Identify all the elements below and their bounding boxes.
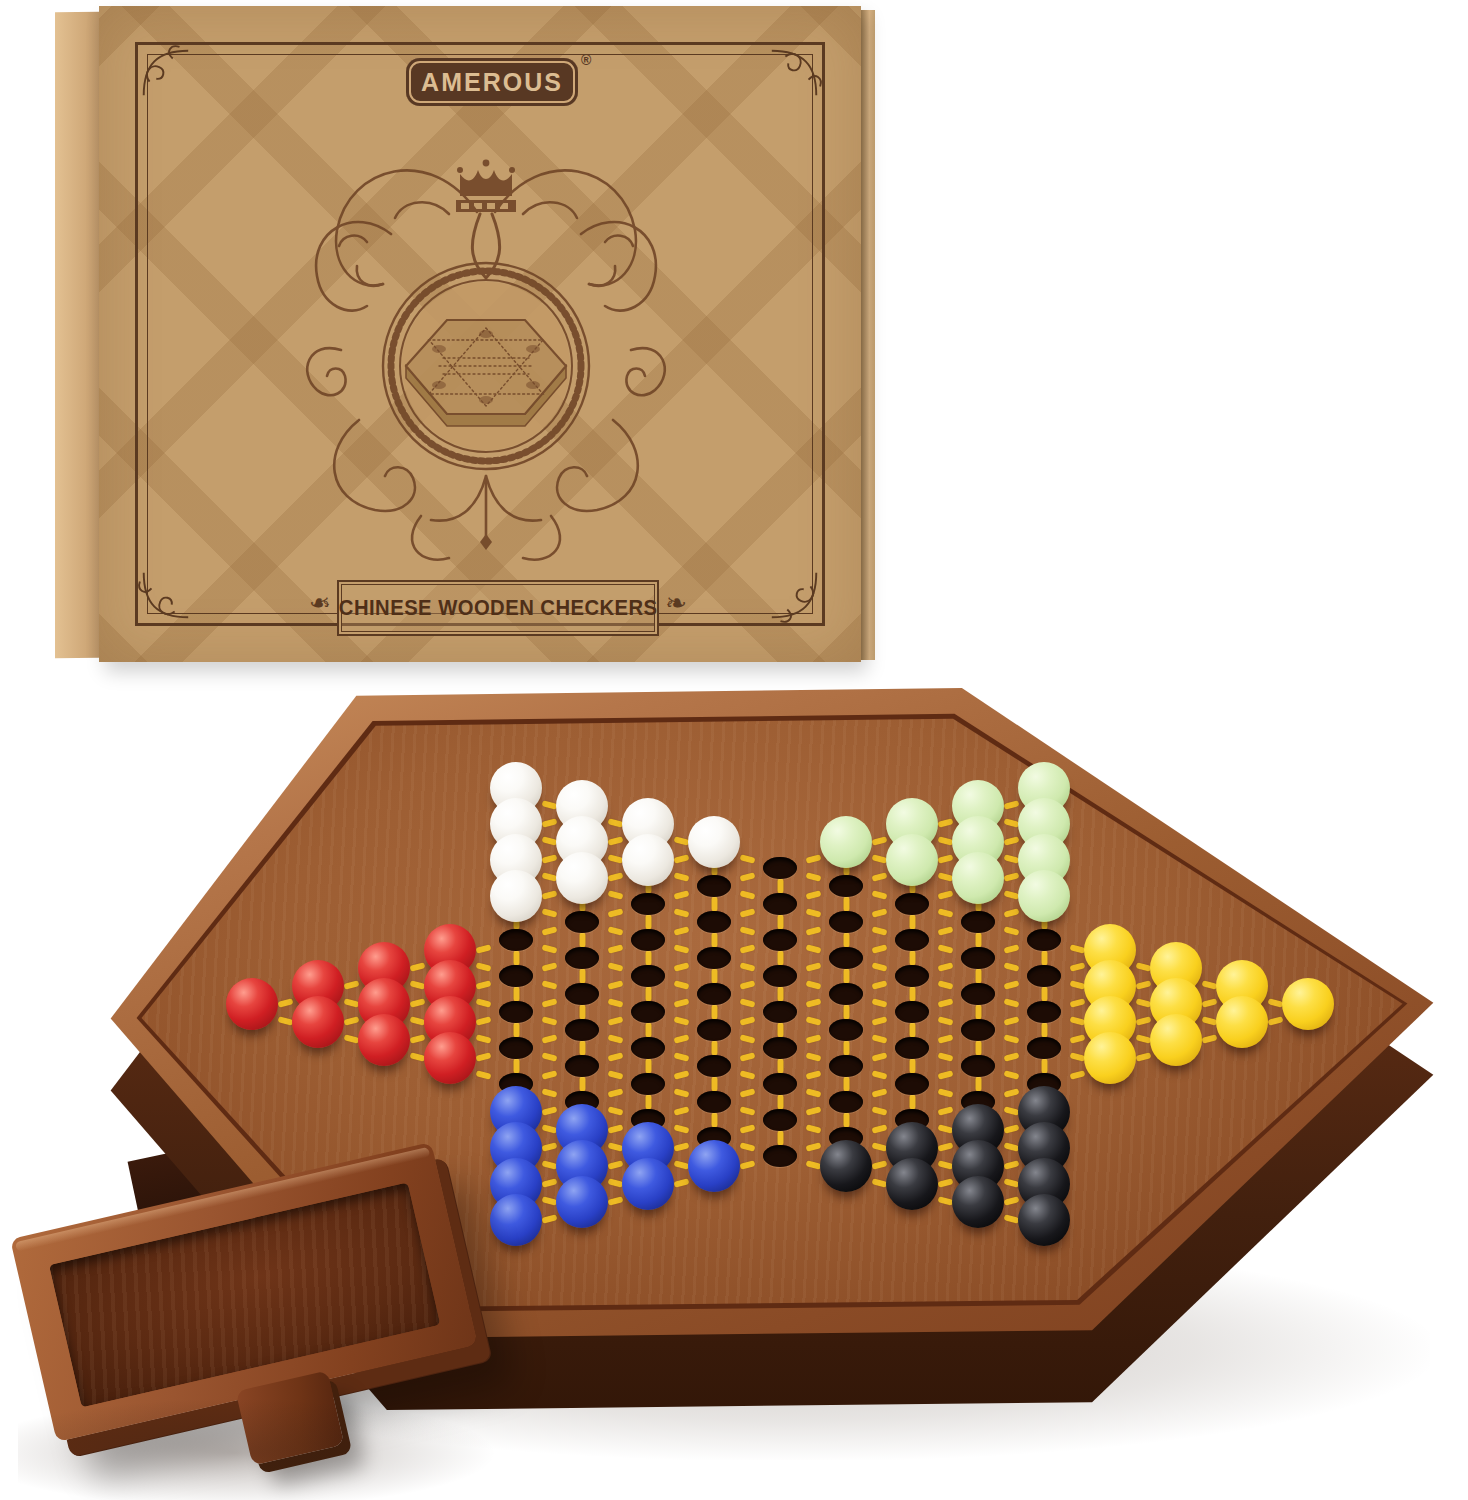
board-hole[interactable] xyxy=(829,1055,863,1077)
connector-dash xyxy=(673,1034,689,1044)
box-lid-edge xyxy=(861,10,875,660)
connector-dash xyxy=(541,980,557,990)
connector-dash xyxy=(541,908,557,918)
marble-black[interactable] xyxy=(886,1158,938,1210)
board-hole[interactable] xyxy=(1027,965,1061,987)
connector-dash xyxy=(1069,998,1085,1008)
marble-blue[interactable] xyxy=(556,1176,608,1228)
marble-green[interactable] xyxy=(1018,870,1070,922)
connector-dash xyxy=(607,836,623,846)
board-hole[interactable] xyxy=(895,1001,929,1023)
connector-dash xyxy=(909,915,915,930)
connector-dash xyxy=(777,879,783,894)
connector-dash xyxy=(1003,836,1019,846)
connector-dash xyxy=(739,908,755,918)
connector-dash xyxy=(843,969,849,984)
connector-dash xyxy=(805,962,821,972)
connector-dash xyxy=(475,962,491,972)
board-hole[interactable] xyxy=(697,1019,731,1041)
board-hole[interactable] xyxy=(961,1055,995,1077)
connector-dash xyxy=(579,933,585,948)
connector-dash xyxy=(937,890,953,900)
connector-dash xyxy=(607,1034,623,1044)
connector-dash xyxy=(1267,1016,1283,1026)
connector-dash xyxy=(1003,854,1019,864)
connector-dash xyxy=(541,818,557,828)
marble-black[interactable] xyxy=(1018,1194,1070,1246)
board-hole[interactable] xyxy=(895,929,929,951)
connector-dash xyxy=(805,1016,821,1026)
brand-name: AMEROUS xyxy=(421,67,563,97)
connector-dash xyxy=(1003,1088,1019,1098)
connector-dash xyxy=(739,854,755,864)
connector-dash xyxy=(673,944,689,954)
connector-dash xyxy=(1003,1142,1019,1152)
connector-dash xyxy=(607,980,623,990)
marble-white[interactable] xyxy=(688,816,740,868)
marble-blue[interactable] xyxy=(688,1140,740,1192)
connector-dash xyxy=(805,1160,821,1170)
connector-dash xyxy=(1003,980,1019,990)
connector-dash xyxy=(805,944,821,954)
connector-dash xyxy=(1003,1106,1019,1116)
board-hole[interactable] xyxy=(829,911,863,933)
connector-dash xyxy=(645,987,651,1002)
connector-dash xyxy=(909,1095,915,1110)
board-hole[interactable] xyxy=(829,1091,863,1113)
connector-dash xyxy=(871,1124,887,1134)
connector-dash xyxy=(805,1088,821,1098)
connector-dash xyxy=(871,980,887,990)
connector-dash xyxy=(871,998,887,1008)
connector-dash xyxy=(805,1124,821,1134)
connector-dash xyxy=(541,890,557,900)
connector-dash xyxy=(645,1023,651,1038)
corner-flourish-icon xyxy=(136,43,194,101)
connector-dash xyxy=(871,1088,887,1098)
board-hole[interactable] xyxy=(631,1001,665,1023)
board-hole[interactable] xyxy=(1027,1001,1061,1023)
board-hole[interactable] xyxy=(631,965,665,987)
connector-dash xyxy=(1201,998,1217,1008)
connector-dash xyxy=(739,1052,755,1062)
connector-dash xyxy=(607,1160,623,1170)
connector-dash xyxy=(937,1178,953,1188)
connector-dash xyxy=(607,962,623,972)
connector-dash xyxy=(711,1077,717,1092)
board-hole[interactable] xyxy=(631,893,665,915)
connector-dash xyxy=(409,980,425,990)
board-hole[interactable] xyxy=(895,965,929,987)
connector-dash xyxy=(871,944,887,954)
board-hole[interactable] xyxy=(565,1019,599,1041)
connector-dash xyxy=(805,1106,821,1116)
connector-dash xyxy=(1003,1070,1019,1080)
connector-dash xyxy=(673,1178,689,1188)
connector-dash xyxy=(343,1034,359,1044)
connector-dash xyxy=(1041,987,1047,1002)
connector-dash xyxy=(711,933,717,948)
connector-dash xyxy=(673,1016,689,1026)
corner-flourish-icon xyxy=(136,567,194,625)
hexagonal-board-emblem xyxy=(402,282,570,450)
board-hole[interactable] xyxy=(763,929,797,951)
connector-dash xyxy=(871,1142,887,1152)
connector-dash xyxy=(541,944,557,954)
board-hole[interactable] xyxy=(895,1073,929,1095)
connector-dash xyxy=(1135,1052,1151,1062)
storage-drawer[interactable] xyxy=(18,1168,518,1488)
leaf-flourish-icon: ❧ xyxy=(309,590,331,616)
connector-dash xyxy=(607,1016,623,1026)
connector-dash xyxy=(739,1160,755,1170)
board-hole[interactable] xyxy=(631,929,665,951)
connector-dash xyxy=(1041,1059,1047,1074)
board-hole[interactable] xyxy=(1027,929,1061,951)
board-hole[interactable] xyxy=(697,1055,731,1077)
connector-dash xyxy=(513,1023,519,1038)
connector-dash xyxy=(1201,980,1217,990)
connector-dash xyxy=(871,872,887,882)
board-hole[interactable] xyxy=(499,1001,533,1023)
connector-dash xyxy=(541,962,557,972)
board-hole[interactable] xyxy=(895,893,929,915)
connector-dash xyxy=(579,1041,585,1056)
leaf-flourish-icon: ❧ xyxy=(665,590,687,616)
connector-dash xyxy=(805,890,821,900)
connector-dash xyxy=(739,980,755,990)
connector-dash xyxy=(937,1160,953,1170)
connector-dash xyxy=(937,1106,953,1116)
marble-black[interactable] xyxy=(952,1176,1004,1228)
connector-dash xyxy=(1003,944,1019,954)
board-hole[interactable] xyxy=(565,983,599,1005)
marble-red[interactable] xyxy=(226,978,278,1030)
connector-dash xyxy=(1069,962,1085,972)
board-hole[interactable] xyxy=(829,875,863,897)
connector-dash xyxy=(579,969,585,984)
connector-dash xyxy=(409,1052,425,1062)
board-hole[interactable] xyxy=(697,983,731,1005)
connector-dash xyxy=(871,1160,887,1170)
connector-dash xyxy=(843,1005,849,1020)
connector-dash xyxy=(871,1106,887,1116)
connector-dash xyxy=(871,836,887,846)
connector-dash xyxy=(739,1034,755,1044)
connector-dash xyxy=(805,980,821,990)
connector-dash xyxy=(607,872,623,882)
connector-dash xyxy=(1201,1034,1217,1044)
connector-dash xyxy=(739,1106,755,1116)
connector-dash xyxy=(777,1059,783,1074)
connector-dash xyxy=(673,872,689,882)
connector-dash xyxy=(777,987,783,1002)
connector-dash xyxy=(937,944,953,954)
connector-dash xyxy=(579,1005,585,1020)
connector-dash xyxy=(607,1124,623,1134)
connector-dash xyxy=(645,951,651,966)
connector-dash xyxy=(409,1016,425,1026)
connector-dash xyxy=(475,998,491,1008)
connector-dash xyxy=(711,1041,717,1056)
connector-dash xyxy=(409,962,425,972)
connector-dash xyxy=(1003,926,1019,936)
board-hole[interactable] xyxy=(763,1145,797,1167)
connector-dash xyxy=(871,962,887,972)
board-hole[interactable] xyxy=(763,857,797,879)
connector-dash xyxy=(607,1142,623,1152)
connector-dash xyxy=(1003,1034,1019,1044)
box-left-spine xyxy=(55,12,103,659)
connector-dash xyxy=(937,1034,953,1044)
connector-dash xyxy=(975,1077,981,1092)
marble-yellow[interactable] xyxy=(1216,996,1268,1048)
connector-dash xyxy=(937,980,953,990)
connector-dash xyxy=(607,926,623,936)
connector-dash xyxy=(541,1016,557,1026)
connector-dash xyxy=(645,1059,651,1074)
connector-dash xyxy=(1003,908,1019,918)
board-hole[interactable] xyxy=(829,947,863,969)
connector-dash xyxy=(541,800,557,810)
drawer-cast-shadow xyxy=(18,1398,498,1500)
connector-dash xyxy=(871,1052,887,1062)
connector-dash xyxy=(1003,890,1019,900)
connector-dash xyxy=(1201,1016,1217,1026)
connector-dash xyxy=(1135,1034,1151,1044)
game-box: AMEROUS ® xyxy=(55,6,881,668)
connector-dash xyxy=(1041,1023,1047,1038)
connector-dash xyxy=(937,854,953,864)
board-hole[interactable] xyxy=(499,965,533,987)
connector-dash xyxy=(937,1088,953,1098)
connector-dash xyxy=(843,1113,849,1128)
connector-dash xyxy=(673,1088,689,1098)
connector-dash xyxy=(739,962,755,972)
marble-yellow[interactable] xyxy=(1084,1032,1136,1084)
marble-red[interactable] xyxy=(358,1014,410,1066)
connector-dash xyxy=(1003,1124,1019,1134)
marble-green[interactable] xyxy=(952,852,1004,904)
connector-dash xyxy=(607,818,623,828)
board-hole[interactable] xyxy=(961,947,995,969)
marble-green[interactable] xyxy=(886,834,938,886)
connector-dash xyxy=(871,1016,887,1026)
board-hole[interactable] xyxy=(565,947,599,969)
connector-dash xyxy=(739,1088,755,1098)
connector-dash xyxy=(343,1016,359,1026)
connector-dash xyxy=(871,1178,887,1188)
connector-dash xyxy=(937,1142,953,1152)
connector-dash xyxy=(541,1052,557,1062)
connector-dash xyxy=(475,1016,491,1026)
board-hole[interactable] xyxy=(697,875,731,897)
connector-dash xyxy=(1003,1214,1019,1224)
board-hole[interactable] xyxy=(499,1037,533,1059)
connector-dash xyxy=(739,944,755,954)
board-hole[interactable] xyxy=(829,1019,863,1041)
connector-dash xyxy=(541,854,557,864)
connector-dash xyxy=(409,998,425,1008)
connector-dash xyxy=(645,1095,651,1110)
connector-dash xyxy=(673,890,689,900)
connector-dash xyxy=(871,926,887,936)
marble-white[interactable] xyxy=(622,834,674,886)
board-hole[interactable] xyxy=(763,965,797,987)
connector-dash xyxy=(937,836,953,846)
connector-dash xyxy=(1069,944,1085,954)
connector-dash xyxy=(541,1034,557,1044)
connector-dash xyxy=(607,1196,623,1206)
board-hole[interactable] xyxy=(565,911,599,933)
board-hole[interactable] xyxy=(895,1037,929,1059)
connector-dash xyxy=(673,962,689,972)
connector-dash xyxy=(937,1196,953,1206)
connector-dash xyxy=(1069,980,1085,990)
connector-dash xyxy=(739,1142,755,1152)
connector-dash xyxy=(513,1059,519,1074)
connector-dash xyxy=(937,818,953,828)
connector-dash xyxy=(673,1070,689,1080)
board-hole[interactable] xyxy=(565,1055,599,1077)
connector-dash xyxy=(711,969,717,984)
marble-red[interactable] xyxy=(424,1032,476,1084)
connector-dash xyxy=(277,1016,293,1026)
connector-dash xyxy=(1003,962,1019,972)
marble-red[interactable] xyxy=(292,996,344,1048)
connector-dash xyxy=(541,926,557,936)
connector-dash xyxy=(805,1142,821,1152)
box-title-banner: ❧ CHINESE WOODEN CHECKERS ❧ xyxy=(337,580,659,636)
connector-dash xyxy=(937,908,953,918)
corner-flourish-icon xyxy=(766,567,824,625)
connector-dash xyxy=(1135,1016,1151,1026)
marble-blue[interactable] xyxy=(622,1158,674,1210)
board-hole[interactable] xyxy=(499,929,533,951)
connector-dash xyxy=(607,1178,623,1188)
connector-dash xyxy=(1069,1052,1085,1062)
connector-dash xyxy=(739,1124,755,1134)
connector-dash xyxy=(343,980,359,990)
connector-dash xyxy=(739,926,755,936)
connector-dash xyxy=(1069,1016,1085,1026)
connector-dash xyxy=(607,908,623,918)
connector-dash xyxy=(673,1106,689,1116)
connector-dash xyxy=(1003,998,1019,1008)
connector-dash xyxy=(1003,872,1019,882)
board-hole[interactable] xyxy=(829,983,863,1005)
board-hole[interactable] xyxy=(697,1091,731,1113)
connector-dash xyxy=(673,908,689,918)
connector-dash xyxy=(541,1106,557,1116)
connector-dash xyxy=(673,1160,689,1170)
board-hole[interactable] xyxy=(763,893,797,915)
board-hole[interactable] xyxy=(763,1109,797,1131)
connector-dash xyxy=(805,998,821,1008)
connector-dash xyxy=(937,872,953,882)
connector-dash xyxy=(805,1070,821,1080)
connector-dash xyxy=(937,926,953,936)
connector-dash xyxy=(541,1088,557,1098)
connector-dash xyxy=(1069,1070,1085,1080)
connector-dash xyxy=(937,1052,953,1062)
connector-dash xyxy=(1041,951,1047,966)
connector-dash xyxy=(975,1005,981,1020)
board-hole[interactable] xyxy=(961,983,995,1005)
connector-dash xyxy=(475,1052,491,1062)
connector-dash xyxy=(607,1052,623,1062)
connector-dash xyxy=(843,1041,849,1056)
connector-dash xyxy=(645,915,651,930)
marble-green[interactable] xyxy=(820,816,872,868)
board-hole[interactable] xyxy=(763,1073,797,1095)
drawer-interior xyxy=(49,1182,440,1407)
connector-dash xyxy=(277,998,293,1008)
connector-dash xyxy=(541,998,557,1008)
board-hole[interactable] xyxy=(697,911,731,933)
connector-dash xyxy=(607,998,623,1008)
board-hole[interactable] xyxy=(631,1037,665,1059)
connector-dash xyxy=(579,1077,585,1092)
connector-dash xyxy=(475,980,491,990)
box-front-face: AMEROUS ® xyxy=(99,6,861,662)
connector-dash xyxy=(937,962,953,972)
connector-dash xyxy=(1003,818,1019,828)
connector-dash xyxy=(871,890,887,900)
connector-dash xyxy=(673,854,689,864)
connector-dash xyxy=(1069,1034,1085,1044)
board-hole[interactable] xyxy=(961,1019,995,1041)
connector-dash xyxy=(777,1131,783,1146)
board-hole[interactable] xyxy=(763,1037,797,1059)
connector-dash xyxy=(541,1142,557,1152)
connector-dash xyxy=(843,897,849,912)
board-hole[interactable] xyxy=(631,1073,665,1095)
connector-dash xyxy=(673,980,689,990)
connector-dash xyxy=(871,854,887,864)
connector-dash xyxy=(843,1077,849,1092)
board-hole[interactable] xyxy=(763,1001,797,1023)
board-hole[interactable] xyxy=(697,947,731,969)
marble-white[interactable] xyxy=(556,852,608,904)
connector-dash xyxy=(541,1178,557,1188)
connector-dash xyxy=(777,915,783,930)
connector-dash xyxy=(805,1052,821,1062)
connector-dash xyxy=(673,1124,689,1134)
connector-dash xyxy=(937,1070,953,1080)
connector-dash xyxy=(673,926,689,936)
connector-dash xyxy=(975,933,981,948)
box-title: CHINESE WOODEN CHECKERS xyxy=(339,595,658,621)
connector-dash xyxy=(673,1142,689,1152)
connector-dash xyxy=(1267,998,1283,1008)
connector-dash xyxy=(777,1095,783,1110)
marble-black[interactable] xyxy=(820,1140,872,1192)
board-hole[interactable] xyxy=(961,911,995,933)
connector-dash xyxy=(937,998,953,1008)
marble-white[interactable] xyxy=(490,870,542,922)
connector-dash xyxy=(871,1070,887,1080)
marble-yellow[interactable] xyxy=(1282,978,1334,1030)
board-hole[interactable] xyxy=(1027,1037,1061,1059)
marble-yellow[interactable] xyxy=(1150,1014,1202,1066)
connector-dash xyxy=(937,1016,953,1026)
connector-dash xyxy=(541,872,557,882)
connector-dash xyxy=(607,1070,623,1080)
connector-dash xyxy=(1003,1052,1019,1062)
connector-dash xyxy=(607,890,623,900)
connector-dash xyxy=(475,1070,491,1080)
